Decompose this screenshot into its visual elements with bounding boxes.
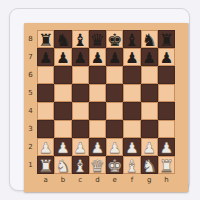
- square-b2[interactable]: ♟: [54, 138, 71, 156]
- rank-label-2: 2: [24, 138, 37, 156]
- square-a8[interactable]: ♜: [37, 30, 54, 48]
- black-pawn-icon[interactable]: ♟: [91, 49, 104, 67]
- square-d3[interactable]: [89, 120, 106, 138]
- square-h5[interactable]: [158, 84, 175, 102]
- square-h3[interactable]: [158, 120, 175, 138]
- square-a3[interactable]: [37, 120, 54, 138]
- file-label-c: c: [72, 175, 89, 186]
- chessboard: 87654321 ♜♞♝♛♚♝♞♜♟♟♟♟♟♟♟♟♟♟♟♟♟♟♟♟♜♞♝♛♚♝♞…: [24, 23, 188, 192]
- square-d2[interactable]: ♟: [89, 138, 106, 156]
- black-rook-icon[interactable]: ♜: [38, 31, 53, 49]
- photo-background: 87654321 ♜♞♝♛♚♝♞♜♟♟♟♟♟♟♟♟♟♟♟♟♟♟♟♟♜♞♝♛♚♝♞…: [0, 0, 200, 200]
- white-bishop-icon[interactable]: ♝: [124, 157, 139, 175]
- file-label-b: b: [54, 175, 71, 186]
- file-label-g: g: [141, 175, 158, 186]
- board-grid: ♜♞♝♛♚♝♞♜♟♟♟♟♟♟♟♟♟♟♟♟♟♟♟♟♜♞♝♛♚♝♞♜: [37, 30, 175, 174]
- square-b8[interactable]: ♞: [54, 30, 71, 48]
- square-h7[interactable]: ♟: [158, 48, 175, 66]
- square-g5[interactable]: [141, 84, 158, 102]
- white-rook-icon[interactable]: ♜: [38, 157, 53, 175]
- square-f8[interactable]: ♝: [123, 30, 140, 48]
- square-c3[interactable]: [72, 120, 89, 138]
- square-g3[interactable]: [141, 120, 158, 138]
- square-f7[interactable]: ♟: [123, 48, 140, 66]
- square-h8[interactable]: ♜: [158, 30, 175, 48]
- file-label-a: a: [37, 175, 54, 186]
- file-label-f: f: [123, 175, 140, 186]
- black-pawn-icon[interactable]: ♟: [56, 49, 69, 67]
- file-label-h: h: [158, 175, 175, 186]
- square-g8[interactable]: ♞: [141, 30, 158, 48]
- white-knight-icon[interactable]: ♞: [142, 157, 157, 175]
- white-pawn-icon[interactable]: ♟: [73, 139, 86, 157]
- black-pawn-icon[interactable]: ♟: [108, 49, 121, 67]
- white-knight-icon[interactable]: ♞: [55, 157, 70, 175]
- black-knight-icon[interactable]: ♞: [55, 31, 70, 49]
- square-b6[interactable]: [54, 66, 71, 84]
- rank-label-8: 8: [24, 30, 37, 48]
- rank-label-7: 7: [24, 48, 37, 66]
- white-bishop-icon[interactable]: ♝: [73, 157, 88, 175]
- square-g6[interactable]: [141, 66, 158, 84]
- white-pawn-icon[interactable]: ♟: [39, 139, 52, 157]
- square-e6[interactable]: [106, 66, 123, 84]
- square-e4[interactable]: [106, 102, 123, 120]
- square-b5[interactable]: [54, 84, 71, 102]
- square-f6[interactable]: [123, 66, 140, 84]
- square-h4[interactable]: [158, 102, 175, 120]
- black-knight-icon[interactable]: ♞: [142, 31, 157, 49]
- white-pawn-icon[interactable]: ♟: [125, 139, 138, 157]
- square-f3[interactable]: [123, 120, 140, 138]
- square-h1[interactable]: ♜: [158, 156, 175, 174]
- square-g7[interactable]: ♟: [141, 48, 158, 66]
- rank-label-1: 1: [24, 156, 37, 174]
- square-d5[interactable]: [89, 84, 106, 102]
- square-e3[interactable]: [106, 120, 123, 138]
- square-g4[interactable]: [141, 102, 158, 120]
- square-h2[interactable]: ♟: [158, 138, 175, 156]
- white-pawn-icon[interactable]: ♟: [56, 139, 69, 157]
- square-a1[interactable]: ♜: [37, 156, 54, 174]
- square-h6[interactable]: [158, 66, 175, 84]
- black-rook-icon[interactable]: ♜: [159, 31, 174, 49]
- vinyl-sheet: 87654321 ♜♞♝♛♚♝♞♜♟♟♟♟♟♟♟♟♟♟♟♟♟♟♟♟♜♞♝♛♚♝♞…: [9, 8, 190, 191]
- white-pawn-icon[interactable]: ♟: [108, 139, 121, 157]
- white-pawn-icon[interactable]: ♟: [91, 139, 104, 157]
- square-b3[interactable]: [54, 120, 71, 138]
- square-c1[interactable]: ♝: [72, 156, 89, 174]
- white-pawn-icon[interactable]: ♟: [142, 139, 155, 157]
- black-king-icon[interactable]: ♚: [107, 31, 122, 49]
- square-a2[interactable]: ♟: [37, 138, 54, 156]
- black-pawn-icon[interactable]: ♟: [160, 49, 173, 67]
- rank-label-5: 5: [24, 84, 37, 102]
- square-f4[interactable]: [123, 102, 140, 120]
- square-d1[interactable]: ♛: [89, 156, 106, 174]
- white-pawn-icon[interactable]: ♟: [160, 139, 173, 157]
- square-e2[interactable]: ♟: [106, 138, 123, 156]
- rank-label-4: 4: [24, 102, 37, 120]
- square-b1[interactable]: ♞: [54, 156, 71, 174]
- square-d8[interactable]: ♛: [89, 30, 106, 48]
- square-e8[interactable]: ♚: [106, 30, 123, 48]
- file-label-d: d: [89, 175, 106, 186]
- square-d7[interactable]: ♟: [89, 48, 106, 66]
- square-c8[interactable]: ♝: [72, 30, 89, 48]
- square-b7[interactable]: ♟: [54, 48, 71, 66]
- rank-label-6: 6: [24, 66, 37, 84]
- square-d6[interactable]: [89, 66, 106, 84]
- black-queen-icon[interactable]: ♛: [90, 31, 105, 49]
- square-g2[interactable]: ♟: [141, 138, 158, 156]
- square-b4[interactable]: [54, 102, 71, 120]
- white-rook-icon[interactable]: ♜: [159, 157, 174, 175]
- square-d4[interactable]: [89, 102, 106, 120]
- file-label-e: e: [106, 175, 123, 186]
- square-c5[interactable]: [72, 84, 89, 102]
- square-f2[interactable]: ♟: [123, 138, 140, 156]
- square-e5[interactable]: [106, 84, 123, 102]
- black-pawn-icon[interactable]: ♟: [142, 49, 155, 67]
- white-king-icon[interactable]: ♚: [107, 157, 122, 175]
- square-a5[interactable]: [37, 84, 54, 102]
- black-pawn-icon[interactable]: ♟: [39, 49, 52, 67]
- black-pawn-icon[interactable]: ♟: [73, 49, 86, 67]
- rank-label-3: 3: [24, 120, 37, 138]
- square-g1[interactable]: ♞: [141, 156, 158, 174]
- white-queen-icon[interactable]: ♛: [90, 157, 105, 175]
- square-e7[interactable]: ♟: [106, 48, 123, 66]
- square-a7[interactable]: ♟: [37, 48, 54, 66]
- square-a6[interactable]: [37, 66, 54, 84]
- black-bishop-icon[interactable]: ♝: [73, 31, 88, 49]
- black-bishop-icon[interactable]: ♝: [124, 31, 139, 49]
- square-a4[interactable]: [37, 102, 54, 120]
- black-pawn-icon[interactable]: ♟: [125, 49, 138, 67]
- square-e1[interactable]: ♚: [106, 156, 123, 174]
- square-c6[interactable]: [72, 66, 89, 84]
- file-labels: abcdefgh: [37, 175, 175, 186]
- square-c2[interactable]: ♟: [72, 138, 89, 156]
- square-c7[interactable]: ♟: [72, 48, 89, 66]
- square-f1[interactable]: ♝: [123, 156, 140, 174]
- rank-labels: 87654321: [24, 30, 37, 174]
- square-c4[interactable]: [72, 102, 89, 120]
- square-f5[interactable]: [123, 84, 140, 102]
